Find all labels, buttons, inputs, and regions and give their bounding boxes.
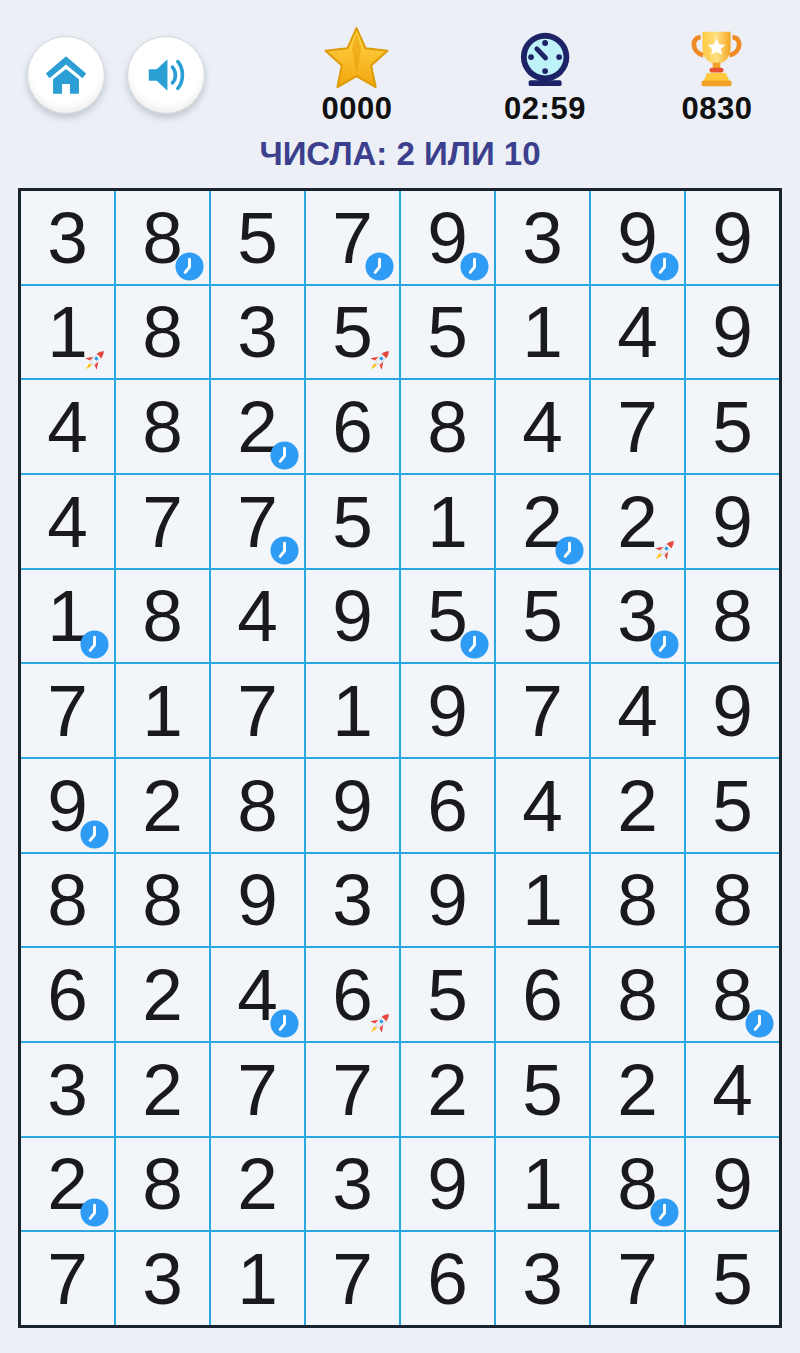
cell-number: 3 [522, 1242, 563, 1315]
cell-number: 8 [427, 390, 468, 463]
grid-cell[interactable]: 6 [306, 948, 399, 1041]
cell-number: 3 [332, 1147, 373, 1220]
grid-cell[interactable]: 8 [591, 1138, 684, 1231]
cell-number: 3 [617, 579, 658, 652]
grid-cell[interactable]: 1 [21, 286, 114, 379]
cell-number: 7 [237, 485, 278, 558]
grid-cell[interactable]: 8 [211, 759, 304, 852]
grid-cell[interactable]: 1 [211, 1232, 304, 1325]
cell-number: 2 [522, 485, 563, 558]
best-stat: 0830 [682, 26, 753, 124]
cell-number: 7 [237, 674, 278, 747]
cell-number: 9 [712, 201, 753, 274]
grid-cell[interactable]: 4 [591, 286, 684, 379]
home-button[interactable] [27, 36, 105, 114]
grid-cell[interactable]: 3 [591, 570, 684, 663]
grid-cell[interactable]: 3 [21, 191, 114, 284]
grid-cell[interactable]: 5 [306, 286, 399, 379]
grid-cell[interactable]: 9 [686, 475, 779, 568]
home-icon [43, 52, 89, 98]
cell-number: 7 [47, 1242, 88, 1315]
grid-cell[interactable]: 1 [21, 570, 114, 663]
cell-number: 2 [617, 485, 658, 558]
grid-cell[interactable]: 4 [21, 380, 114, 473]
grid-cell[interactable]: 9 [401, 854, 494, 947]
grid-cell[interactable]: 2 [211, 1138, 304, 1231]
grid-cell[interactable]: 7 [211, 664, 304, 757]
cell-number: 7 [522, 674, 563, 747]
cell-number: 9 [712, 485, 753, 558]
grid-cell[interactable]: 7 [306, 1043, 399, 1136]
cell-number: 9 [427, 863, 468, 936]
cell-number: 3 [142, 1242, 183, 1315]
cell-number: 3 [332, 863, 373, 936]
cell-number: 2 [237, 1147, 278, 1220]
cell-number: 4 [617, 674, 658, 747]
cell-number: 8 [142, 579, 183, 652]
grid-cell[interactable]: 6 [401, 1232, 494, 1325]
grid-cell[interactable]: 9 [306, 570, 399, 663]
cell-number: 9 [237, 863, 278, 936]
cell-number: 6 [522, 958, 563, 1031]
cell-number: 3 [47, 1053, 88, 1126]
grid-cell[interactable]: 8 [116, 1138, 209, 1231]
cell-number: 8 [142, 1147, 183, 1220]
cell-number: 2 [142, 958, 183, 1031]
cell-number: 7 [142, 485, 183, 558]
grid-cell[interactable]: 7 [591, 380, 684, 473]
cell-number: 4 [47, 390, 88, 463]
grid-cell[interactable]: 3 [306, 854, 399, 947]
cell-number: 8 [617, 1147, 658, 1220]
cell-number: 1 [332, 674, 373, 747]
grid-cell[interactable]: 7 [211, 1043, 304, 1136]
grid-cell[interactable]: 5 [686, 1232, 779, 1325]
grid-cell[interactable]: 9 [686, 191, 779, 284]
cell-number: 8 [712, 863, 753, 936]
grid-cell[interactable]: 5 [686, 380, 779, 473]
grid-cell[interactable]: 2 [116, 759, 209, 852]
grid-cell[interactable]: 8 [686, 854, 779, 947]
cell-number: 7 [332, 1053, 373, 1126]
grid-cell[interactable]: 4 [211, 948, 304, 1041]
grid-cell[interactable]: 3 [116, 1232, 209, 1325]
cell-number: 2 [427, 1053, 468, 1126]
grid-cell[interactable]: 5 [401, 286, 494, 379]
cell-number: 1 [522, 863, 563, 936]
grid-cell[interactable]: 9 [306, 759, 399, 852]
grid-cell[interactable]: 2 [401, 1043, 494, 1136]
best-value: 0830 [682, 93, 753, 124]
cell-number: 1 [142, 674, 183, 747]
cell-number: 6 [47, 958, 88, 1031]
grid-cell[interactable]: 9 [401, 191, 494, 284]
timer-value: 02:59 [504, 93, 586, 124]
sound-on-icon [143, 52, 189, 98]
grid-cell[interactable]: 9 [686, 286, 779, 379]
cell-number: 4 [522, 390, 563, 463]
grid-cell[interactable]: 4 [591, 664, 684, 757]
cell-number: 4 [522, 769, 563, 842]
grid-cell[interactable]: 1 [116, 664, 209, 757]
grid-cell[interactable]: 6 [401, 759, 494, 852]
score-stat: 0000 [322, 26, 393, 124]
grid-cell[interactable]: 3 [306, 1138, 399, 1231]
cell-number: 4 [47, 485, 88, 558]
grid-cell[interactable]: 7 [306, 191, 399, 284]
stopwatch-icon [514, 26, 576, 90]
cell-number: 6 [427, 769, 468, 842]
cell-number: 5 [332, 485, 373, 558]
grid-cell[interactable]: 9 [401, 664, 494, 757]
grid-cell[interactable]: 3 [496, 191, 589, 284]
grid-cell[interactable]: 1 [496, 854, 589, 947]
cell-number: 8 [47, 863, 88, 936]
trophy-icon [687, 26, 747, 90]
grid-cell[interactable]: 9 [686, 664, 779, 757]
grid-cell[interactable]: 8 [116, 570, 209, 663]
cell-number: 2 [47, 1147, 88, 1220]
board-grid: 38 57 9 39 91 [18, 188, 782, 1328]
grid-cell[interactable]: 8 [116, 191, 209, 284]
cell-number: 9 [712, 1147, 753, 1220]
grid-cell[interactable]: 9 [401, 1138, 494, 1231]
cell-number: 1 [47, 579, 88, 652]
cell-number: 2 [142, 1053, 183, 1126]
grid-cell[interactable]: 7 [211, 475, 304, 568]
grid-cell[interactable]: 8 [116, 380, 209, 473]
cell-number: 7 [617, 390, 658, 463]
cell-number: 1 [237, 1242, 278, 1315]
cell-number: 8 [142, 201, 183, 274]
grid-cell[interactable]: 5 [211, 191, 304, 284]
grid-cell[interactable]: 5 [496, 1043, 589, 1136]
cell-number: 7 [332, 1242, 373, 1315]
grid-cell[interactable]: 2 [591, 1043, 684, 1136]
grid-cell[interactable]: 8 [591, 948, 684, 1041]
cell-number: 5 [712, 390, 753, 463]
grid-cell[interactable]: 2 [211, 380, 304, 473]
cell-number: 3 [522, 201, 563, 274]
grid-cell[interactable]: 5 [401, 570, 494, 663]
cell-number: 2 [237, 390, 278, 463]
cell-number: 5 [427, 958, 468, 1031]
cell-number: 9 [712, 295, 753, 368]
cell-number: 2 [142, 769, 183, 842]
cell-number: 5 [522, 1053, 563, 1126]
cell-number: 4 [617, 295, 658, 368]
grid-cell[interactable]: 6 [306, 380, 399, 473]
grid-cell[interactable]: 5 [686, 759, 779, 852]
grid-cell[interactable]: 2 [116, 1043, 209, 1136]
cell-number: 9 [427, 1147, 468, 1220]
grid-cell[interactable]: 9 [686, 1138, 779, 1231]
grid-cell[interactable]: 6 [21, 948, 114, 1041]
cell-number: 9 [332, 579, 373, 652]
grid-cell[interactable]: 8 [591, 854, 684, 947]
page-title: ЧИСЛА: 2 ИЛИ 10 [0, 137, 800, 170]
grid-cell[interactable]: 2 [116, 948, 209, 1041]
grid-cell[interactable]: 8 [401, 380, 494, 473]
grid-cell[interactable]: 9 [21, 759, 114, 852]
cell-number: 9 [712, 674, 753, 747]
cell-number: 5 [332, 295, 373, 368]
cell-number: 9 [617, 201, 658, 274]
cell-number: 6 [332, 390, 373, 463]
cell-number: 4 [237, 958, 278, 1031]
cell-number: 5 [712, 1242, 753, 1315]
grid-cell[interactable]: 3 [496, 1232, 589, 1325]
grid-cell[interactable]: 4 [211, 570, 304, 663]
cell-number: 9 [47, 769, 88, 842]
grid-cell[interactable]: 6 [496, 948, 589, 1041]
cell-number: 8 [712, 958, 753, 1031]
sound-button[interactable] [127, 36, 205, 114]
grid-cell[interactable]: 5 [306, 475, 399, 568]
timer-stat: 02:59 [504, 26, 586, 124]
grid-cell[interactable]: 8 [116, 854, 209, 947]
cell-number: 5 [427, 579, 468, 652]
grid-cell[interactable]: 2 [21, 1138, 114, 1231]
grid-cell[interactable]: 2 [496, 475, 589, 568]
cell-number: 9 [332, 769, 373, 842]
cell-number: 3 [47, 201, 88, 274]
cell-number: 5 [237, 201, 278, 274]
cell-number: 2 [617, 1053, 658, 1126]
cell-number: 1 [522, 295, 563, 368]
cell-number: 1 [522, 1147, 563, 1220]
grid-cell[interactable]: 3 [211, 286, 304, 379]
grid-cell[interactable]: 8 [116, 286, 209, 379]
cell-number: 8 [712, 579, 753, 652]
cell-number: 8 [617, 958, 658, 1031]
grid-cell[interactable]: 8 [686, 570, 779, 663]
grid-cell[interactable]: 7 [21, 1232, 114, 1325]
cell-number: 8 [237, 769, 278, 842]
cell-number: 9 [427, 201, 468, 274]
grid-cell[interactable]: 9 [591, 191, 684, 284]
cell-number: 5 [712, 769, 753, 842]
grid-cell[interactable]: 7 [496, 664, 589, 757]
grid-cell[interactable]: 9 [211, 854, 304, 947]
grid-cell[interactable]: 7 [116, 475, 209, 568]
grid-cell[interactable]: 7 [21, 664, 114, 757]
grid-cell[interactable]: 1 [401, 475, 494, 568]
cell-number: 8 [142, 295, 183, 368]
cell-number: 1 [47, 295, 88, 368]
grid-cell[interactable]: 1 [306, 664, 399, 757]
cell-number: 9 [427, 674, 468, 747]
grid-cell[interactable]: 5 [496, 570, 589, 663]
cell-number: 5 [522, 579, 563, 652]
grid-cell[interactable]: 5 [401, 948, 494, 1041]
cell-number: 8 [617, 863, 658, 936]
grid-cell[interactable]: 7 [591, 1232, 684, 1325]
score-value: 0000 [322, 93, 393, 124]
grid-cell[interactable]: 2 [591, 759, 684, 852]
cell-number: 7 [332, 201, 373, 274]
grid-cell[interactable]: 4 [496, 380, 589, 473]
cell-number: 7 [617, 1242, 658, 1315]
grid-cell[interactable]: 4 [686, 1043, 779, 1136]
cell-number: 8 [142, 390, 183, 463]
grid-cell[interactable]: 3 [21, 1043, 114, 1136]
cell-number: 6 [427, 1242, 468, 1315]
grid-cell[interactable]: 4 [496, 759, 589, 852]
cell-number: 3 [237, 295, 278, 368]
grid-cell[interactable]: 1 [496, 286, 589, 379]
cell-number: 7 [237, 1053, 278, 1126]
grid-cell[interactable]: 8 [21, 854, 114, 947]
cell-number: 7 [47, 674, 88, 747]
cell-number: 4 [237, 579, 278, 652]
grid-cell[interactable]: 8 [686, 948, 779, 1041]
grid-cell[interactable]: 7 [306, 1232, 399, 1325]
grid-cell[interactable]: 2 [591, 475, 684, 568]
cell-number: 5 [427, 295, 468, 368]
grid-cell[interactable]: 1 [496, 1138, 589, 1231]
grid-cell[interactable]: 4 [21, 475, 114, 568]
cell-number: 1 [427, 485, 468, 558]
cell-number: 6 [332, 958, 373, 1031]
cell-number: 4 [712, 1053, 753, 1126]
star-icon [324, 26, 390, 90]
cell-number: 2 [617, 769, 658, 842]
cell-number: 8 [142, 863, 183, 936]
